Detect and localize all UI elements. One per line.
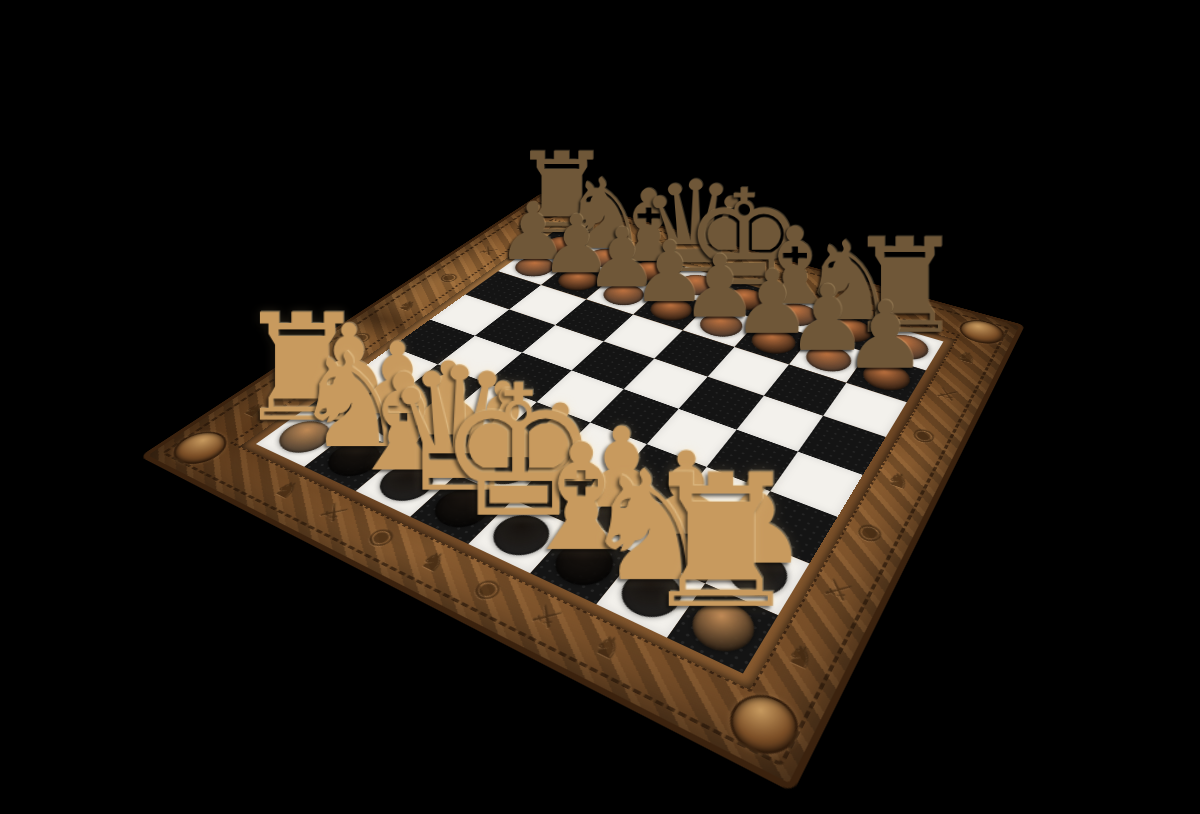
corner-medallion-icon [719, 685, 809, 766]
square-h5[interactable] [798, 416, 886, 475]
board-scene: ♞ ⚔ ◉ ♞ ◉ ⚔ ♞ ♞ ⚔ ◉ ♞ ◉ ⚔ ♞ ♞ ⚔ ◉ ♞ ◉ ⚔ … [302, 65, 942, 705]
board-inner-lip: ♜♞♝♛♚♝♞♜♟♟♟♟♟♟♟♟♟♟♟♟♟♟♟♟♜♞♝♛♚♝♞♜ [240, 224, 956, 689]
photo-stage: ♞ ⚔ ◉ ♞ ◉ ⚔ ♞ ♞ ⚔ ◉ ♞ ◉ ⚔ ♞ ♞ ⚔ ◉ ♞ ◉ ⚔ … [0, 0, 1200, 814]
square-h1[interactable]: ♜ [667, 583, 778, 673]
board-grid: ♜♞♝♛♚♝♞♜♟♟♟♟♟♟♟♟♟♟♟♟♟♟♟♟♜♞♝♛♚♝♞♜ [256, 229, 944, 673]
board-frame: ♞ ⚔ ◉ ♞ ◉ ⚔ ♞ ♞ ⚔ ◉ ♞ ◉ ⚔ ♞ ♞ ⚔ ◉ ♞ ◉ ⚔ … [140, 193, 1025, 793]
white-rook-icon: ♜ [638, 451, 803, 636]
black-pawn-icon: ♟ [843, 289, 927, 382]
corner-medallion-icon [163, 426, 237, 470]
